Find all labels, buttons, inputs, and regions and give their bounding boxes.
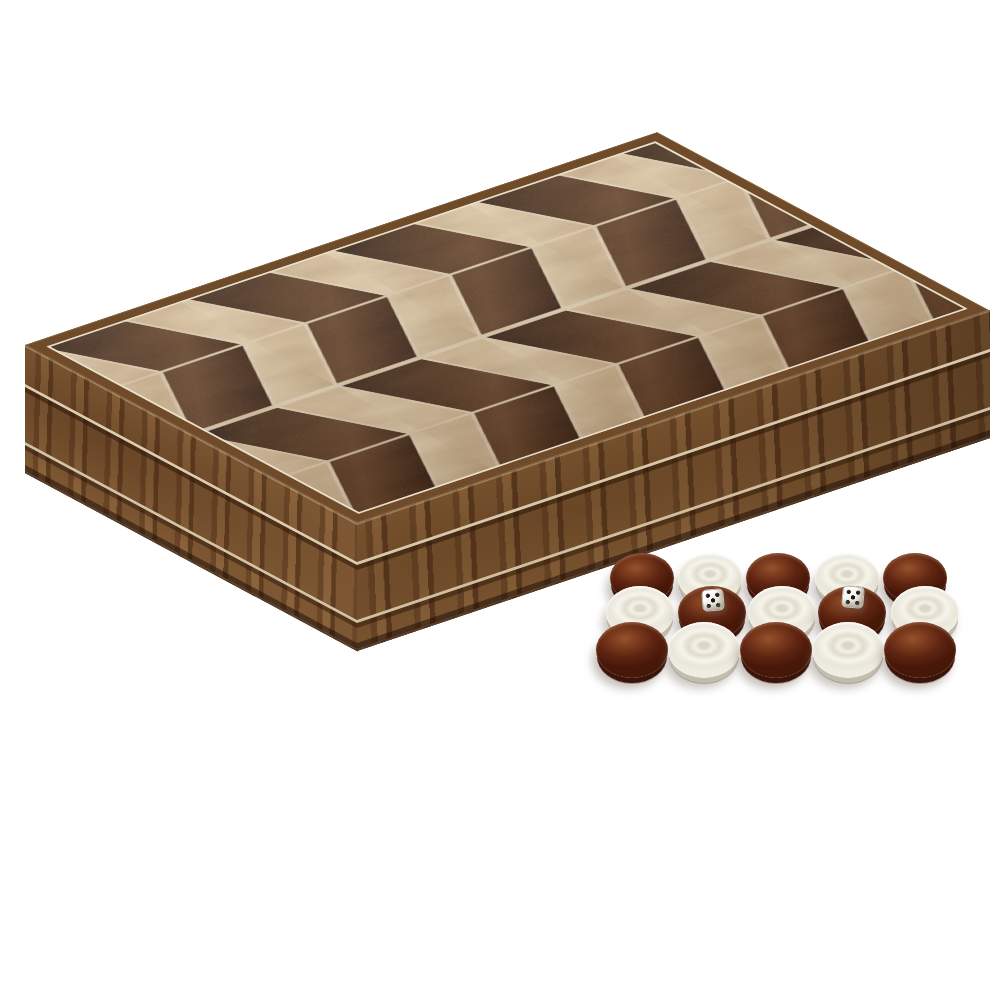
- checker-brown[interactable]: [884, 622, 956, 678]
- checker-white[interactable]: [812, 622, 884, 678]
- checker-white[interactable]: [668, 622, 740, 678]
- checker-brown[interactable]: [596, 622, 668, 678]
- die-1[interactable]: [701, 588, 725, 612]
- product-photo-scene: [0, 0, 1000, 1000]
- die-2[interactable]: [841, 585, 865, 609]
- checker-brown[interactable]: [740, 622, 812, 678]
